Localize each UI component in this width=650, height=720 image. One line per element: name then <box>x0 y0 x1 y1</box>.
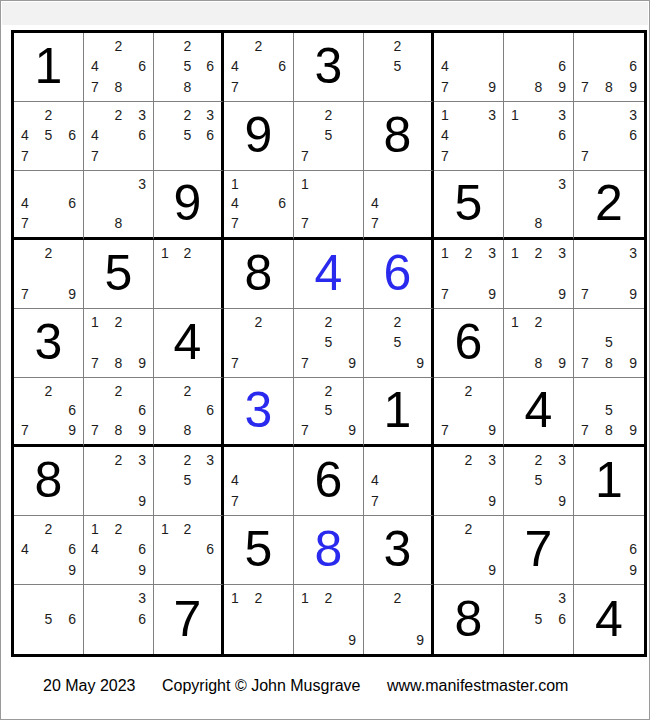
cell-r5c2[interactable]: 12789 <box>84 309 154 378</box>
candidate-digit: 8 <box>535 216 543 230</box>
candidate-digit: 2 <box>325 108 333 122</box>
candidate-digit: 2 <box>394 315 402 329</box>
cell-r2c8[interactable]: 136 <box>504 102 574 171</box>
cell-r5c1[interactable]: 3 <box>14 309 84 378</box>
candidate-digit: 6 <box>68 542 76 556</box>
candidate-digit: 1 <box>231 177 239 191</box>
cell-r7c6[interactable]: 47 <box>364 447 434 516</box>
candidate-digit: 7 <box>581 356 589 370</box>
entered-digit: 8 <box>315 524 343 574</box>
candidate-grid: 24567 <box>14 102 83 170</box>
candidate-digit: 2 <box>465 453 473 467</box>
cell-r5c6[interactable]: 259 <box>364 309 434 378</box>
candidate-grid: 136 <box>504 102 573 170</box>
candidate-digit: 9 <box>488 563 496 577</box>
cell-r9c3[interactable]: 7 <box>154 585 224 654</box>
candidate-digit: 3 <box>629 246 637 260</box>
candidate-digit: 2 <box>465 246 473 260</box>
candidate-digit: 2 <box>115 384 123 398</box>
candidate-digit: 3 <box>558 453 566 467</box>
cell-r1c3[interactable]: 2568 <box>154 33 224 102</box>
candidate-digit: 9 <box>558 287 566 301</box>
given-digit: 3 <box>35 317 63 367</box>
given-digit: 6 <box>315 455 343 505</box>
candidate-digit: 2 <box>255 39 263 53</box>
cell-r1c9[interactable]: 6789 <box>574 33 644 102</box>
given-digit: 7 <box>174 594 202 644</box>
candidate-grid: 1347 <box>434 102 503 170</box>
candidate-digit: 7 <box>581 149 589 163</box>
candidate-grid: 26789 <box>84 378 153 444</box>
given-digit: 5 <box>105 248 133 298</box>
candidate-digit: 5 <box>184 128 192 142</box>
candidate-grid: 2579 <box>294 378 363 444</box>
candidate-grid: 5789 <box>574 378 644 444</box>
cell-r8c6[interactable]: 3 <box>364 516 434 585</box>
candidate-digit: 1 <box>231 591 239 605</box>
cell-r9c1[interactable]: 56 <box>14 585 84 654</box>
candidate-digit: 3 <box>206 108 214 122</box>
candidate-digit: 7 <box>21 423 29 437</box>
candidate-grid: 689 <box>504 33 573 101</box>
candidate-digit: 5 <box>605 335 613 349</box>
candidate-digit: 6 <box>138 612 146 626</box>
candidate-digit: 5 <box>325 128 333 142</box>
cell-r6c8[interactable]: 4 <box>504 378 574 447</box>
cell-r4c9[interactable]: 379 <box>574 240 644 309</box>
candidate-digit: 2 <box>325 315 333 329</box>
candidate-grid: 379 <box>574 240 644 308</box>
candidate-digit: 3 <box>138 591 146 605</box>
candidate-grid: 126 <box>154 516 221 584</box>
candidate-digit: 3 <box>558 108 566 122</box>
candidate-grid: 23467 <box>84 102 153 170</box>
candidate-digit: 6 <box>206 128 214 142</box>
cell-r4c6[interactable]: 6 <box>364 240 434 309</box>
candidate-digit: 6 <box>138 59 146 73</box>
cell-r7c1[interactable]: 8 <box>14 447 84 516</box>
candidate-digit: 9 <box>558 494 566 508</box>
cell-r1c4[interactable]: 2467 <box>224 33 294 102</box>
cell-r5c7[interactable]: 6 <box>434 309 504 378</box>
cell-r2c1[interactable]: 24567 <box>14 102 84 171</box>
candidate-digit: 5 <box>45 612 53 626</box>
candidate-digit: 1 <box>161 522 169 536</box>
candidate-grid: 239 <box>434 447 503 515</box>
candidate-digit: 7 <box>91 356 99 370</box>
cell-r2c2[interactable]: 23467 <box>84 102 154 171</box>
candidate-digit: 1 <box>301 591 309 605</box>
candidate-digit: 2 <box>535 315 543 329</box>
candidate-digit: 6 <box>558 128 566 142</box>
candidate-digit: 4 <box>231 473 239 487</box>
candidate-digit: 6 <box>278 196 286 210</box>
cell-r4c3[interactable]: 12 <box>154 240 224 309</box>
candidate-digit: 9 <box>68 423 76 437</box>
candidate-digit: 4 <box>21 196 29 210</box>
candidate-digit: 2 <box>394 591 402 605</box>
entered-digit: 6 <box>384 248 412 298</box>
cell-r9c6[interactable]: 29 <box>364 585 434 654</box>
candidate-grid: 12 <box>154 240 221 308</box>
candidate-digit: 9 <box>488 494 496 508</box>
candidate-digit: 2 <box>255 315 263 329</box>
candidate-digit: 6 <box>68 128 76 142</box>
candidate-digit: 7 <box>91 80 99 94</box>
candidate-digit: 3 <box>138 108 146 122</box>
given-digit: 8 <box>35 455 63 505</box>
cell-r7c5[interactable]: 6 <box>294 447 364 516</box>
candidate-digit: 7 <box>301 423 309 437</box>
candidate-digit: 1 <box>441 246 449 260</box>
candidate-digit: 2 <box>535 246 543 260</box>
candidate-digit: 7 <box>581 287 589 301</box>
cell-r7c9[interactable]: 1 <box>574 447 644 516</box>
candidate-digit: 7 <box>91 149 99 163</box>
cell-r4c4[interactable]: 8 <box>224 240 294 309</box>
candidate-digit: 4 <box>231 196 239 210</box>
cell-r6c2[interactable]: 26789 <box>84 378 154 447</box>
cell-r1c5[interactable]: 3 <box>294 33 364 102</box>
candidate-digit: 3 <box>206 453 214 467</box>
candidate-digit: 2 <box>184 384 192 398</box>
candidate-digit: 6 <box>68 196 76 210</box>
candidate-digit: 5 <box>605 403 613 417</box>
entered-digit: 3 <box>245 385 273 435</box>
candidate-digit: 9 <box>629 563 637 577</box>
candidate-digit: 9 <box>629 356 637 370</box>
candidate-digit: 4 <box>91 128 99 142</box>
candidate-digit: 7 <box>21 216 29 230</box>
cell-r4c5[interactable]: 4 <box>294 240 364 309</box>
candidate-grid: 47 <box>224 447 293 515</box>
cell-r7c3[interactable]: 235 <box>154 447 224 516</box>
candidate-digit: 6 <box>558 59 566 73</box>
given-digit: 3 <box>384 524 412 574</box>
cell-r6c9[interactable]: 5789 <box>574 378 644 447</box>
candidate-digit: 9 <box>138 356 146 370</box>
footer-copyright: Copyright © John Musgrave <box>162 677 361 694</box>
candidate-digit: 8 <box>605 423 613 437</box>
candidate-digit: 6 <box>629 542 637 556</box>
candidate-digit: 9 <box>138 563 146 577</box>
candidate-digit: 4 <box>21 542 29 556</box>
given-digit: 8 <box>384 110 412 160</box>
given-digit: 2 <box>595 178 623 228</box>
cell-r2c7[interactable]: 1347 <box>434 102 504 171</box>
candidate-grid: 12789 <box>84 309 153 377</box>
candidate-digit: 7 <box>371 494 379 508</box>
candidate-digit: 2 <box>465 384 473 398</box>
candidate-digit: 8 <box>605 80 613 94</box>
candidate-digit: 5 <box>45 128 53 142</box>
candidate-digit: 8 <box>115 423 123 437</box>
candidate-grid: 367 <box>574 102 644 170</box>
candidate-digit: 3 <box>558 246 566 260</box>
candidate-digit: 9 <box>558 80 566 94</box>
cell-r6c3[interactable]: 268 <box>154 378 224 447</box>
cell-r1c7[interactable]: 479 <box>434 33 504 102</box>
candidate-digit: 4 <box>21 128 29 142</box>
given-digit: 7 <box>525 524 553 574</box>
candidate-grid: 29 <box>364 585 431 654</box>
cell-r8c8[interactable]: 7 <box>504 516 574 585</box>
cell-r8c3[interactable]: 126 <box>154 516 224 585</box>
cell-r3c3[interactable]: 9 <box>154 171 224 240</box>
candidate-grid: 1289 <box>504 309 573 377</box>
candidate-grid: 12469 <box>84 516 153 584</box>
cell-r4c8[interactable]: 1239 <box>504 240 574 309</box>
candidate-digit: 8 <box>535 356 543 370</box>
given-digit: 6 <box>455 317 483 367</box>
cell-r3c6[interactable]: 47 <box>364 171 434 240</box>
candidate-digit: 2 <box>325 591 333 605</box>
candidate-digit: 5 <box>535 473 543 487</box>
candidate-grid: 47 <box>364 171 431 237</box>
candidate-digit: 7 <box>301 356 309 370</box>
candidate-digit: 2 <box>325 384 333 398</box>
candidate-digit: 7 <box>21 287 29 301</box>
candidate-digit: 2 <box>255 591 263 605</box>
candidate-digit: 2 <box>184 246 192 260</box>
candidate-digit: 7 <box>441 287 449 301</box>
candidate-digit: 6 <box>629 128 637 142</box>
cell-r2c6[interactable]: 8 <box>364 102 434 171</box>
given-digit: 5 <box>455 178 483 228</box>
cell-r9c5[interactable]: 129 <box>294 585 364 654</box>
given-digit: 4 <box>525 385 553 435</box>
given-digit: 3 <box>315 41 343 91</box>
candidate-digit: 1 <box>441 108 449 122</box>
candidate-digit: 7 <box>231 216 239 230</box>
candidate-digit: 2 <box>394 39 402 53</box>
cell-r6c5[interactable]: 2579 <box>294 378 364 447</box>
candidate-digit: 2 <box>184 522 192 536</box>
cell-r5c3[interactable]: 4 <box>154 309 224 378</box>
candidate-grid: 47 <box>364 447 431 515</box>
candidate-grid: 2469 <box>14 516 83 584</box>
candidate-digit: 9 <box>558 356 566 370</box>
cell-r5c5[interactable]: 2579 <box>294 309 364 378</box>
candidate-digit: 6 <box>206 403 214 417</box>
candidate-digit: 9 <box>348 356 356 370</box>
candidate-digit: 3 <box>138 177 146 191</box>
cell-r9c9[interactable]: 4 <box>574 585 644 654</box>
cell-r7c4[interactable]: 47 <box>224 447 294 516</box>
candidate-digit: 1 <box>91 315 99 329</box>
cell-r8c2[interactable]: 12469 <box>84 516 154 585</box>
candidate-digit: 7 <box>441 80 449 94</box>
given-digit: 9 <box>245 110 273 160</box>
candidate-grid: 2679 <box>14 378 83 444</box>
candidate-digit: 6 <box>206 542 214 556</box>
candidate-grid: 1239 <box>504 240 573 308</box>
candidate-digit: 4 <box>371 196 379 210</box>
candidate-digit: 2 <box>45 108 53 122</box>
candidate-digit: 8 <box>535 80 543 94</box>
given-digit: 4 <box>595 594 623 644</box>
candidate-digit: 6 <box>558 612 566 626</box>
candidate-digit: 4 <box>91 59 99 73</box>
cell-r5c9[interactable]: 5789 <box>574 309 644 378</box>
candidate-digit: 2 <box>45 246 53 260</box>
candidate-grid: 6789 <box>574 33 644 101</box>
candidate-grid: 2568 <box>154 33 221 101</box>
candidate-grid: 38 <box>84 171 153 237</box>
candidate-grid: 56 <box>14 585 83 654</box>
candidate-digit: 2 <box>465 522 473 536</box>
cell-r7c2[interactable]: 239 <box>84 447 154 516</box>
candidate-digit: 7 <box>581 423 589 437</box>
cell-r1c8[interactable]: 689 <box>504 33 574 102</box>
candidate-digit: 6 <box>138 542 146 556</box>
candidate-grid: 279 <box>14 240 83 308</box>
cell-r4c7[interactable]: 12379 <box>434 240 504 309</box>
cell-r6c4[interactable]: 3 <box>224 378 294 447</box>
footer-website: www.manifestmaster.com <box>387 677 568 694</box>
candidate-digit: 5 <box>325 403 333 417</box>
cell-r9c4[interactable]: 12 <box>224 585 294 654</box>
candidate-digit: 9 <box>629 423 637 437</box>
cell-r5c8[interactable]: 1289 <box>504 309 574 378</box>
cell-r5c4[interactable]: 27 <box>224 309 294 378</box>
candidate-digit: 2 <box>535 453 543 467</box>
candidate-digit: 9 <box>488 80 496 94</box>
candidate-grid: 279 <box>434 378 503 444</box>
cell-r2c9[interactable]: 367 <box>574 102 644 171</box>
candidate-grid: 235 <box>154 447 221 515</box>
candidate-digit: 9 <box>629 287 637 301</box>
candidate-digit: 6 <box>278 59 286 73</box>
candidate-digit: 9 <box>488 287 496 301</box>
candidate-digit: 9 <box>68 563 76 577</box>
cell-r6c6[interactable]: 1 <box>364 378 434 447</box>
cell-r6c1[interactable]: 2679 <box>14 378 84 447</box>
cell-r3c9[interactable]: 2 <box>574 171 644 240</box>
cell-r4c2[interactable]: 5 <box>84 240 154 309</box>
candidate-grid: 27 <box>224 309 293 377</box>
candidate-digit: 2 <box>115 108 123 122</box>
cell-r8c4[interactable]: 5 <box>224 516 294 585</box>
candidate-digit: 7 <box>371 216 379 230</box>
cell-r9c8[interactable]: 356 <box>504 585 574 654</box>
cell-r3c2[interactable]: 38 <box>84 171 154 240</box>
given-digit: 4 <box>174 317 202 367</box>
given-digit: 5 <box>245 524 273 574</box>
cell-r3c4[interactable]: 1467 <box>224 171 294 240</box>
candidate-digit: 2 <box>184 108 192 122</box>
candidate-digit: 2 <box>115 39 123 53</box>
candidate-grid: 1467 <box>224 171 293 237</box>
candidate-digit: 5 <box>184 473 192 487</box>
cell-r3c8[interactable]: 38 <box>504 171 574 240</box>
candidate-grid: 259 <box>364 309 431 377</box>
candidate-grid: 257 <box>294 102 363 170</box>
candidate-grid: 356 <box>504 585 573 654</box>
candidate-digit: 7 <box>231 80 239 94</box>
footer: 20 May 2023 Copyright © John Musgrave ww… <box>43 677 568 695</box>
candidate-grid: 479 <box>434 33 503 101</box>
candidate-grid: 12 <box>224 585 293 654</box>
candidate-digit: 3 <box>488 108 496 122</box>
candidate-digit: 7 <box>91 423 99 437</box>
candidate-digit: 7 <box>441 423 449 437</box>
candidate-digit: 7 <box>581 80 589 94</box>
candidate-digit: 3 <box>488 246 496 260</box>
sudoku-board: 1246782568246732547968967892456723467235… <box>11 30 647 657</box>
cell-r7c7[interactable]: 239 <box>434 447 504 516</box>
cell-r2c3[interactable]: 2356 <box>154 102 224 171</box>
candidate-digit: 1 <box>91 522 99 536</box>
candidate-digit: 9 <box>138 423 146 437</box>
candidate-digit: 5 <box>184 59 192 73</box>
candidate-grid: 38 <box>504 171 573 237</box>
candidate-grid: 2467 <box>224 33 293 101</box>
candidate-digit: 8 <box>184 423 192 437</box>
candidate-digit: 3 <box>558 177 566 191</box>
candidate-digit: 9 <box>68 287 76 301</box>
cell-r8c5[interactable]: 8 <box>294 516 364 585</box>
candidate-grid: 129 <box>294 585 363 654</box>
candidate-digit: 8 <box>115 356 123 370</box>
cell-r1c6[interactable]: 25 <box>364 33 434 102</box>
candidate-digit: 9 <box>416 633 424 647</box>
candidate-digit: 3 <box>138 453 146 467</box>
candidate-digit: 7 <box>231 494 239 508</box>
cell-r3c5[interactable]: 17 <box>294 171 364 240</box>
candidate-grid: 12379 <box>434 240 503 308</box>
given-digit: 1 <box>384 385 412 435</box>
cell-r8c7[interactable]: 29 <box>434 516 504 585</box>
candidate-digit: 7 <box>301 149 309 163</box>
given-digit: 8 <box>245 248 273 298</box>
candidate-digit: 6 <box>68 403 76 417</box>
candidate-grid: 2359 <box>504 447 573 515</box>
cell-r4c1[interactable]: 279 <box>14 240 84 309</box>
candidate-digit: 4 <box>441 128 449 142</box>
cell-r7c8[interactable]: 2359 <box>504 447 574 516</box>
cell-r2c5[interactable]: 257 <box>294 102 364 171</box>
candidate-digit: 5 <box>325 335 333 349</box>
candidate-digit: 9 <box>348 633 356 647</box>
candidate-digit: 2 <box>115 453 123 467</box>
candidate-digit: 8 <box>184 80 192 94</box>
cell-r8c1[interactable]: 2469 <box>14 516 84 585</box>
cell-r1c1[interactable]: 1 <box>14 33 84 102</box>
candidate-grid: 29 <box>434 516 503 584</box>
cell-r2c4[interactable]: 9 <box>224 102 294 171</box>
candidate-digit: 6 <box>206 59 214 73</box>
candidate-digit: 9 <box>488 423 496 437</box>
candidate-digit: 6 <box>68 612 76 626</box>
candidate-grid: 2356 <box>154 102 221 170</box>
cell-r8c9[interactable]: 69 <box>574 516 644 585</box>
candidate-digit: 1 <box>511 315 519 329</box>
candidate-digit: 4 <box>231 59 239 73</box>
entered-digit: 4 <box>315 248 343 298</box>
candidate-digit: 2 <box>184 39 192 53</box>
candidate-digit: 6 <box>629 59 637 73</box>
cell-r6c7[interactable]: 279 <box>434 378 504 447</box>
cell-r3c1[interactable]: 467 <box>14 171 84 240</box>
candidate-grid: 268 <box>154 378 221 444</box>
cell-r1c2[interactable]: 24678 <box>84 33 154 102</box>
cell-r9c2[interactable]: 36 <box>84 585 154 654</box>
cell-r9c7[interactable]: 8 <box>434 585 504 654</box>
candidate-digit: 2 <box>115 315 123 329</box>
cell-r3c7[interactable]: 5 <box>434 171 504 240</box>
candidate-digit: 7 <box>21 149 29 163</box>
